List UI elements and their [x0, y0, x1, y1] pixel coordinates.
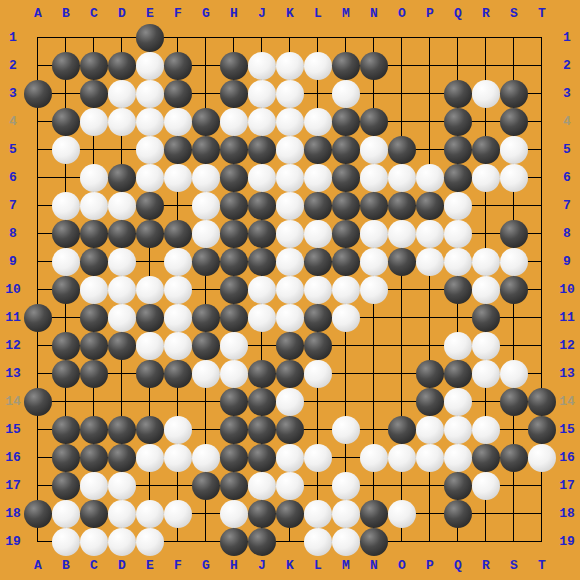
cell-B10[interactable]	[52, 276, 80, 304]
cell-J8[interactable]	[248, 220, 276, 248]
cell-A18[interactable]	[24, 500, 52, 528]
cell-S7[interactable]	[500, 192, 528, 220]
cell-M7[interactable]	[332, 192, 360, 220]
cell-R14[interactable]	[472, 388, 500, 416]
cell-D9[interactable]	[108, 248, 136, 276]
cell-L4[interactable]	[304, 108, 332, 136]
cell-N9[interactable]	[360, 248, 388, 276]
cell-T1[interactable]	[528, 24, 556, 52]
cell-D7[interactable]	[108, 192, 136, 220]
cell-K6[interactable]	[276, 164, 304, 192]
cell-F6[interactable]	[164, 164, 192, 192]
cell-S14[interactable]	[500, 388, 528, 416]
cell-H15[interactable]	[220, 416, 248, 444]
cell-T17[interactable]	[528, 472, 556, 500]
cell-F7[interactable]	[164, 192, 192, 220]
cell-O6[interactable]	[388, 164, 416, 192]
cell-D15[interactable]	[108, 416, 136, 444]
cell-K7[interactable]	[276, 192, 304, 220]
cell-Q2[interactable]	[444, 52, 472, 80]
cell-G12[interactable]	[192, 332, 220, 360]
cell-A2[interactable]	[24, 52, 52, 80]
cell-J4[interactable]	[248, 108, 276, 136]
cell-N10[interactable]	[360, 276, 388, 304]
cell-N19[interactable]	[360, 528, 388, 556]
cell-L9[interactable]	[304, 248, 332, 276]
cell-Q18[interactable]	[444, 500, 472, 528]
cell-L3[interactable]	[304, 80, 332, 108]
cell-Q19[interactable]	[444, 528, 472, 556]
cell-P4[interactable]	[416, 108, 444, 136]
cell-H6[interactable]	[220, 164, 248, 192]
cell-R12[interactable]	[472, 332, 500, 360]
cell-G5[interactable]	[192, 136, 220, 164]
cell-Q6[interactable]	[444, 164, 472, 192]
cell-D3[interactable]	[108, 80, 136, 108]
cell-H5[interactable]	[220, 136, 248, 164]
cell-S12[interactable]	[500, 332, 528, 360]
cell-S2[interactable]	[500, 52, 528, 80]
cell-B8[interactable]	[52, 220, 80, 248]
cell-L15[interactable]	[304, 416, 332, 444]
cell-G6[interactable]	[192, 164, 220, 192]
cell-H7[interactable]	[220, 192, 248, 220]
cell-G11[interactable]	[192, 304, 220, 332]
cell-J15[interactable]	[248, 416, 276, 444]
cell-C15[interactable]	[80, 416, 108, 444]
cell-B15[interactable]	[52, 416, 80, 444]
cell-P13[interactable]	[416, 360, 444, 388]
cell-E17[interactable]	[136, 472, 164, 500]
cell-N2[interactable]	[360, 52, 388, 80]
cell-G18[interactable]	[192, 500, 220, 528]
cell-B13[interactable]	[52, 360, 80, 388]
cell-N18[interactable]	[360, 500, 388, 528]
cell-Q7[interactable]	[444, 192, 472, 220]
cell-O18[interactable]	[388, 500, 416, 528]
cell-M15[interactable]	[332, 416, 360, 444]
cell-T12[interactable]	[528, 332, 556, 360]
cell-G2[interactable]	[192, 52, 220, 80]
cell-J2[interactable]	[248, 52, 276, 80]
cell-E19[interactable]	[136, 528, 164, 556]
cell-P16[interactable]	[416, 444, 444, 472]
cell-R8[interactable]	[472, 220, 500, 248]
cell-Q15[interactable]	[444, 416, 472, 444]
cell-R18[interactable]	[472, 500, 500, 528]
cell-E10[interactable]	[136, 276, 164, 304]
cell-Q5[interactable]	[444, 136, 472, 164]
cell-B3[interactable]	[52, 80, 80, 108]
cell-C18[interactable]	[80, 500, 108, 528]
cell-A16[interactable]	[24, 444, 52, 472]
cell-F16[interactable]	[164, 444, 192, 472]
cell-E9[interactable]	[136, 248, 164, 276]
cell-G10[interactable]	[192, 276, 220, 304]
cell-Q17[interactable]	[444, 472, 472, 500]
cell-N3[interactable]	[360, 80, 388, 108]
cell-N16[interactable]	[360, 444, 388, 472]
cell-T13[interactable]	[528, 360, 556, 388]
cell-S8[interactable]	[500, 220, 528, 248]
cell-G9[interactable]	[192, 248, 220, 276]
cell-O8[interactable]	[388, 220, 416, 248]
cell-S1[interactable]	[500, 24, 528, 52]
cell-T19[interactable]	[528, 528, 556, 556]
cell-B5[interactable]	[52, 136, 80, 164]
cell-T18[interactable]	[528, 500, 556, 528]
cell-R1[interactable]	[472, 24, 500, 52]
cell-C17[interactable]	[80, 472, 108, 500]
cell-O3[interactable]	[388, 80, 416, 108]
cell-N13[interactable]	[360, 360, 388, 388]
cell-G14[interactable]	[192, 388, 220, 416]
cell-Q16[interactable]	[444, 444, 472, 472]
cell-L8[interactable]	[304, 220, 332, 248]
cell-A15[interactable]	[24, 416, 52, 444]
cell-M6[interactable]	[332, 164, 360, 192]
cell-F11[interactable]	[164, 304, 192, 332]
cell-M4[interactable]	[332, 108, 360, 136]
cell-B7[interactable]	[52, 192, 80, 220]
cell-C11[interactable]	[80, 304, 108, 332]
cell-O5[interactable]	[388, 136, 416, 164]
cell-G17[interactable]	[192, 472, 220, 500]
cell-F18[interactable]	[164, 500, 192, 528]
cell-N4[interactable]	[360, 108, 388, 136]
cell-H3[interactable]	[220, 80, 248, 108]
cell-E4[interactable]	[136, 108, 164, 136]
cell-D17[interactable]	[108, 472, 136, 500]
cell-R19[interactable]	[472, 528, 500, 556]
cell-F5[interactable]	[164, 136, 192, 164]
cell-A3[interactable]	[24, 80, 52, 108]
cell-S13[interactable]	[500, 360, 528, 388]
cell-H1[interactable]	[220, 24, 248, 52]
cell-A9[interactable]	[24, 248, 52, 276]
cell-T16[interactable]	[528, 444, 556, 472]
cell-Q3[interactable]	[444, 80, 472, 108]
cell-G1[interactable]	[192, 24, 220, 52]
cell-M9[interactable]	[332, 248, 360, 276]
cell-C9[interactable]	[80, 248, 108, 276]
cell-L13[interactable]	[304, 360, 332, 388]
cell-K12[interactable]	[276, 332, 304, 360]
cell-B6[interactable]	[52, 164, 80, 192]
cell-H12[interactable]	[220, 332, 248, 360]
cell-H16[interactable]	[220, 444, 248, 472]
cell-M10[interactable]	[332, 276, 360, 304]
cell-H11[interactable]	[220, 304, 248, 332]
cell-T11[interactable]	[528, 304, 556, 332]
cell-M1[interactable]	[332, 24, 360, 52]
cell-L1[interactable]	[304, 24, 332, 52]
cell-Q11[interactable]	[444, 304, 472, 332]
cell-H4[interactable]	[220, 108, 248, 136]
cell-C13[interactable]	[80, 360, 108, 388]
cell-D1[interactable]	[108, 24, 136, 52]
cell-P10[interactable]	[416, 276, 444, 304]
cell-K11[interactable]	[276, 304, 304, 332]
cell-D12[interactable]	[108, 332, 136, 360]
cell-P18[interactable]	[416, 500, 444, 528]
cell-E1[interactable]	[136, 24, 164, 52]
cell-Q4[interactable]	[444, 108, 472, 136]
cell-Q12[interactable]	[444, 332, 472, 360]
cell-N8[interactable]	[360, 220, 388, 248]
cell-K18[interactable]	[276, 500, 304, 528]
cell-K19[interactable]	[276, 528, 304, 556]
cell-O13[interactable]	[388, 360, 416, 388]
cell-N15[interactable]	[360, 416, 388, 444]
cell-B17[interactable]	[52, 472, 80, 500]
cell-Q10[interactable]	[444, 276, 472, 304]
cell-A14[interactable]	[24, 388, 52, 416]
cell-F3[interactable]	[164, 80, 192, 108]
cell-M16[interactable]	[332, 444, 360, 472]
cell-D5[interactable]	[108, 136, 136, 164]
cell-Q9[interactable]	[444, 248, 472, 276]
cell-K16[interactable]	[276, 444, 304, 472]
cell-S16[interactable]	[500, 444, 528, 472]
cell-F9[interactable]	[164, 248, 192, 276]
cell-K3[interactable]	[276, 80, 304, 108]
cell-M17[interactable]	[332, 472, 360, 500]
cell-G13[interactable]	[192, 360, 220, 388]
cell-A19[interactable]	[24, 528, 52, 556]
cell-P2[interactable]	[416, 52, 444, 80]
cell-O12[interactable]	[388, 332, 416, 360]
cell-C10[interactable]	[80, 276, 108, 304]
cell-G4[interactable]	[192, 108, 220, 136]
cell-R5[interactable]	[472, 136, 500, 164]
cell-L18[interactable]	[304, 500, 332, 528]
cell-R6[interactable]	[472, 164, 500, 192]
cell-B4[interactable]	[52, 108, 80, 136]
cell-R2[interactable]	[472, 52, 500, 80]
cell-E11[interactable]	[136, 304, 164, 332]
cell-P17[interactable]	[416, 472, 444, 500]
cell-T3[interactable]	[528, 80, 556, 108]
cell-L6[interactable]	[304, 164, 332, 192]
cell-S15[interactable]	[500, 416, 528, 444]
cell-Q8[interactable]	[444, 220, 472, 248]
cell-P8[interactable]	[416, 220, 444, 248]
cell-E13[interactable]	[136, 360, 164, 388]
cell-O10[interactable]	[388, 276, 416, 304]
cell-J14[interactable]	[248, 388, 276, 416]
cell-E12[interactable]	[136, 332, 164, 360]
cell-M19[interactable]	[332, 528, 360, 556]
cell-K2[interactable]	[276, 52, 304, 80]
cell-G7[interactable]	[192, 192, 220, 220]
cell-C14[interactable]	[80, 388, 108, 416]
cell-R9[interactable]	[472, 248, 500, 276]
cell-N5[interactable]	[360, 136, 388, 164]
cell-F8[interactable]	[164, 220, 192, 248]
cell-O14[interactable]	[388, 388, 416, 416]
cell-C12[interactable]	[80, 332, 108, 360]
cell-K5[interactable]	[276, 136, 304, 164]
cell-C5[interactable]	[80, 136, 108, 164]
cell-K14[interactable]	[276, 388, 304, 416]
cell-L11[interactable]	[304, 304, 332, 332]
cell-E2[interactable]	[136, 52, 164, 80]
cell-C2[interactable]	[80, 52, 108, 80]
cell-K10[interactable]	[276, 276, 304, 304]
cell-M18[interactable]	[332, 500, 360, 528]
cell-B2[interactable]	[52, 52, 80, 80]
cell-N7[interactable]	[360, 192, 388, 220]
cell-D6[interactable]	[108, 164, 136, 192]
cell-J5[interactable]	[248, 136, 276, 164]
cell-F12[interactable]	[164, 332, 192, 360]
cell-E6[interactable]	[136, 164, 164, 192]
cell-G15[interactable]	[192, 416, 220, 444]
cell-E3[interactable]	[136, 80, 164, 108]
cell-M13[interactable]	[332, 360, 360, 388]
cell-R13[interactable]	[472, 360, 500, 388]
cell-M12[interactable]	[332, 332, 360, 360]
cell-M2[interactable]	[332, 52, 360, 80]
cell-J6[interactable]	[248, 164, 276, 192]
cell-B12[interactable]	[52, 332, 80, 360]
cell-C7[interactable]	[80, 192, 108, 220]
cell-T4[interactable]	[528, 108, 556, 136]
cell-L12[interactable]	[304, 332, 332, 360]
cell-A8[interactable]	[24, 220, 52, 248]
cell-N17[interactable]	[360, 472, 388, 500]
cell-P5[interactable]	[416, 136, 444, 164]
cell-D8[interactable]	[108, 220, 136, 248]
cell-H13[interactable]	[220, 360, 248, 388]
cell-T2[interactable]	[528, 52, 556, 80]
cell-R10[interactable]	[472, 276, 500, 304]
cell-H8[interactable]	[220, 220, 248, 248]
cell-R17[interactable]	[472, 472, 500, 500]
cell-J1[interactable]	[248, 24, 276, 52]
cell-D14[interactable]	[108, 388, 136, 416]
cell-S19[interactable]	[500, 528, 528, 556]
cell-H18[interactable]	[220, 500, 248, 528]
cell-A5[interactable]	[24, 136, 52, 164]
cell-L10[interactable]	[304, 276, 332, 304]
cell-C4[interactable]	[80, 108, 108, 136]
cell-T15[interactable]	[528, 416, 556, 444]
cell-C8[interactable]	[80, 220, 108, 248]
cell-D4[interactable]	[108, 108, 136, 136]
cell-F1[interactable]	[164, 24, 192, 52]
cell-F19[interactable]	[164, 528, 192, 556]
cell-L5[interactable]	[304, 136, 332, 164]
cell-T14[interactable]	[528, 388, 556, 416]
cell-O11[interactable]	[388, 304, 416, 332]
cell-L2[interactable]	[304, 52, 332, 80]
cell-L17[interactable]	[304, 472, 332, 500]
cell-E5[interactable]	[136, 136, 164, 164]
cell-C1[interactable]	[80, 24, 108, 52]
cell-N1[interactable]	[360, 24, 388, 52]
cell-O1[interactable]	[388, 24, 416, 52]
cell-P6[interactable]	[416, 164, 444, 192]
cell-A6[interactable]	[24, 164, 52, 192]
cell-S3[interactable]	[500, 80, 528, 108]
cell-O16[interactable]	[388, 444, 416, 472]
cell-P15[interactable]	[416, 416, 444, 444]
cell-E18[interactable]	[136, 500, 164, 528]
cell-D16[interactable]	[108, 444, 136, 472]
cell-T6[interactable]	[528, 164, 556, 192]
cell-K15[interactable]	[276, 416, 304, 444]
cell-A13[interactable]	[24, 360, 52, 388]
cell-A12[interactable]	[24, 332, 52, 360]
cell-S17[interactable]	[500, 472, 528, 500]
cell-M5[interactable]	[332, 136, 360, 164]
cell-L14[interactable]	[304, 388, 332, 416]
cell-G3[interactable]	[192, 80, 220, 108]
cell-T8[interactable]	[528, 220, 556, 248]
cell-P14[interactable]	[416, 388, 444, 416]
cell-B14[interactable]	[52, 388, 80, 416]
cell-J9[interactable]	[248, 248, 276, 276]
cell-N6[interactable]	[360, 164, 388, 192]
cell-R16[interactable]	[472, 444, 500, 472]
cell-B16[interactable]	[52, 444, 80, 472]
cell-F17[interactable]	[164, 472, 192, 500]
cell-F13[interactable]	[164, 360, 192, 388]
cell-H17[interactable]	[220, 472, 248, 500]
cell-K9[interactable]	[276, 248, 304, 276]
cell-S9[interactable]	[500, 248, 528, 276]
cell-P12[interactable]	[416, 332, 444, 360]
cell-O17[interactable]	[388, 472, 416, 500]
cell-H10[interactable]	[220, 276, 248, 304]
cell-N12[interactable]	[360, 332, 388, 360]
cell-E14[interactable]	[136, 388, 164, 416]
cell-L19[interactable]	[304, 528, 332, 556]
cell-O7[interactable]	[388, 192, 416, 220]
cell-E7[interactable]	[136, 192, 164, 220]
cell-D11[interactable]	[108, 304, 136, 332]
cell-J7[interactable]	[248, 192, 276, 220]
cell-P7[interactable]	[416, 192, 444, 220]
cell-R4[interactable]	[472, 108, 500, 136]
cell-O9[interactable]	[388, 248, 416, 276]
cell-J12[interactable]	[248, 332, 276, 360]
cell-T10[interactable]	[528, 276, 556, 304]
cell-A10[interactable]	[24, 276, 52, 304]
cell-E8[interactable]	[136, 220, 164, 248]
cell-K8[interactable]	[276, 220, 304, 248]
cell-S18[interactable]	[500, 500, 528, 528]
cell-O2[interactable]	[388, 52, 416, 80]
cell-H2[interactable]	[220, 52, 248, 80]
cell-M3[interactable]	[332, 80, 360, 108]
cell-O4[interactable]	[388, 108, 416, 136]
cell-Q14[interactable]	[444, 388, 472, 416]
cell-B11[interactable]	[52, 304, 80, 332]
cell-R15[interactable]	[472, 416, 500, 444]
cell-C3[interactable]	[80, 80, 108, 108]
cell-S5[interactable]	[500, 136, 528, 164]
cell-C19[interactable]	[80, 528, 108, 556]
cell-M8[interactable]	[332, 220, 360, 248]
cell-B19[interactable]	[52, 528, 80, 556]
cell-A1[interactable]	[24, 24, 52, 52]
cell-M14[interactable]	[332, 388, 360, 416]
cell-K13[interactable]	[276, 360, 304, 388]
cell-R7[interactable]	[472, 192, 500, 220]
